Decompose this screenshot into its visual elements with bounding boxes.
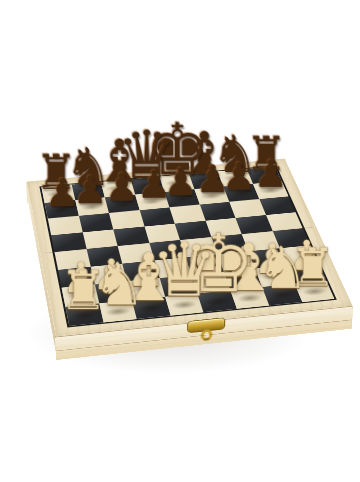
chess-board: ♜♞♝♛♚♝♞♜♟♟♟♟♟♟♟♟♟♟♟♟♟♟♟♟♜♞♝♛♚♝♞♜ (39, 165, 336, 327)
chess-box: ♜♞♝♛♚♝♞♜♟♟♟♟♟♟♟♟♟♟♟♟♟♟♟♟♜♞♝♛♚♝♞♜ (27, 159, 353, 337)
piece-black-pawn: ♟ (45, 173, 80, 212)
clasp-hook-ring (200, 329, 212, 341)
piece-white-rook: ♜ (59, 264, 107, 318)
square-a5 (51, 232, 86, 252)
square-a1: ♜ (65, 303, 103, 326)
piece-black-pawn: ♟ (105, 168, 140, 207)
brass-clasp-icon (186, 317, 226, 343)
piece-black-pawn: ♟ (195, 160, 229, 198)
piece-black-pawn: ♟ (253, 155, 287, 193)
piece-black-pawn: ♟ (137, 165, 172, 203)
square-b5 (82, 229, 117, 249)
product-photo-scene: ♜♞♝♛♚♝♞♜♟♟♟♟♟♟♟♟♟♟♟♟♟♟♟♟♜♞♝♛♚♝♞♜ (0, 0, 360, 482)
square-a6 (48, 216, 82, 235)
